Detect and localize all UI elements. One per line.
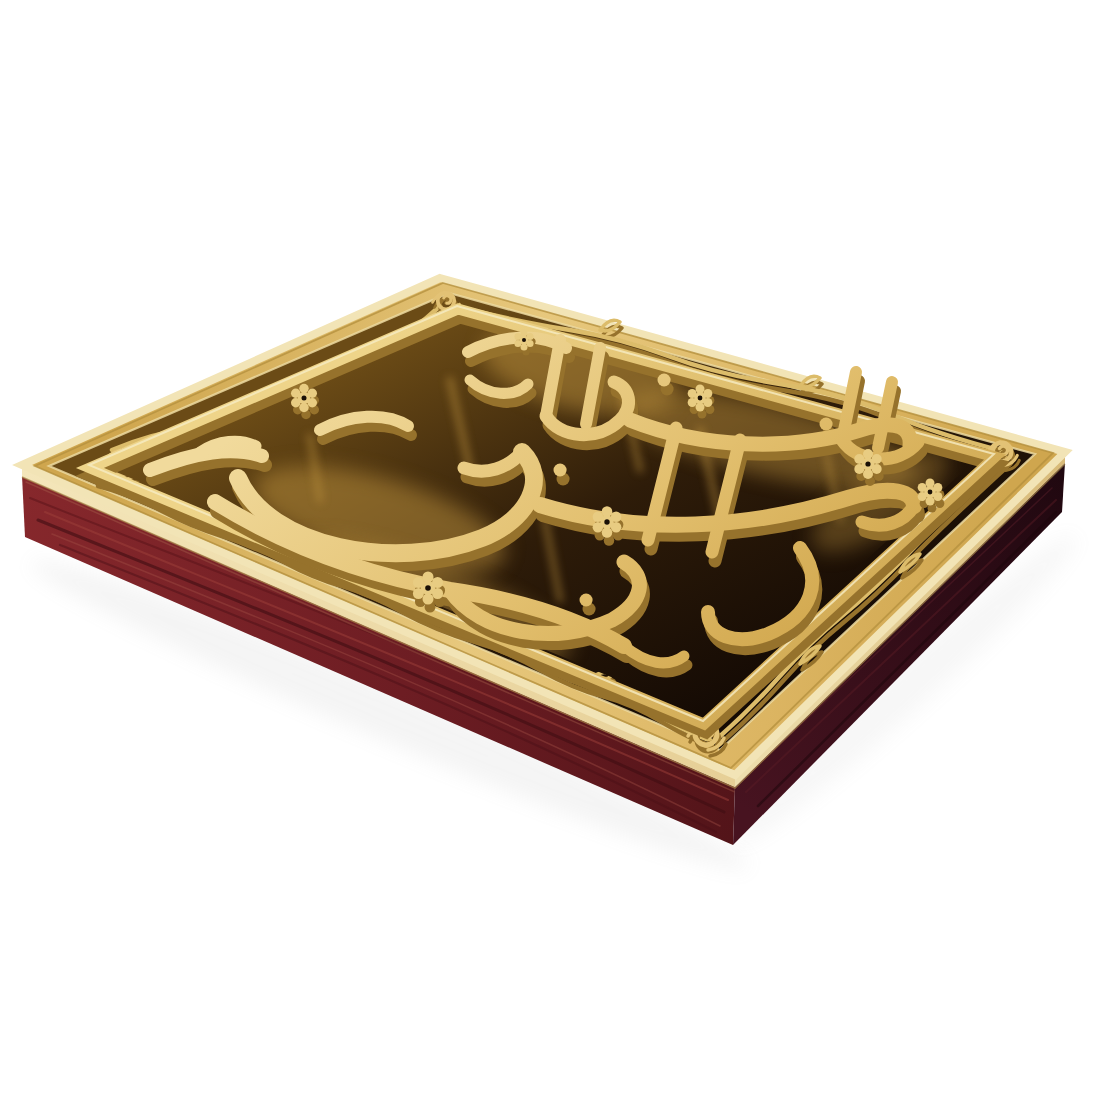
- screenshot-root: [0, 0, 1100, 1100]
- plaque-photo: [0, 0, 1100, 1100]
